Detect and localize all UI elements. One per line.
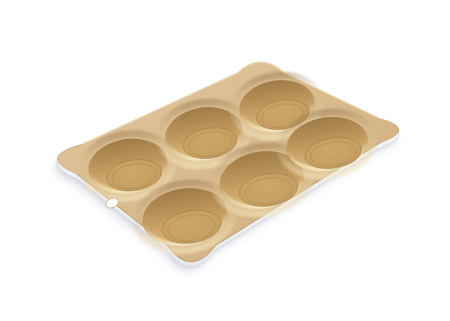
product-photo-canvas (0, 0, 450, 321)
muffin-pan-illustration (0, 0, 450, 321)
